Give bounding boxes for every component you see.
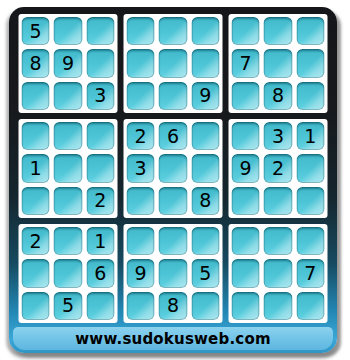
cell-r3c4[interactable] [127,82,155,110]
cell-r6c6[interactable]: 8 [191,187,219,215]
cell-r5c3[interactable] [86,154,114,182]
cell-r5c2[interactable] [54,154,82,182]
cell-r8c1[interactable] [22,259,50,287]
box-3-1: 2165 [19,224,118,323]
box-2-2: 2638 [124,119,223,218]
cell-r7c2[interactable] [54,227,82,255]
cell-r7c3[interactable]: 1 [86,227,114,255]
cell-r4c3[interactable] [86,122,114,150]
box-1-2: 9 [124,14,223,113]
cell-r6c3[interactable]: 2 [86,187,114,215]
cell-r1c8[interactable] [264,17,292,45]
cell-r4c8[interactable]: 3 [264,122,292,150]
cell-r7c5[interactable] [159,227,187,255]
box-2-3: 3192 [229,119,328,218]
cell-r2c5[interactable] [159,49,187,77]
cell-r4c5[interactable]: 6 [159,122,187,150]
cell-r7c1[interactable]: 2 [22,227,50,255]
cell-r3c1[interactable] [22,82,50,110]
cell-r8c7[interactable] [232,259,260,287]
cell-r9c4[interactable] [127,292,155,320]
cell-r1c7[interactable] [232,17,260,45]
cell-r2c3[interactable] [86,49,114,77]
cell-r5c4[interactable]: 3 [127,154,155,182]
cell-r7c7[interactable] [232,227,260,255]
cell-r8c2[interactable] [54,259,82,287]
cell-r6c1[interactable] [22,187,50,215]
cell-r8c4[interactable]: 9 [127,259,155,287]
cell-r9c9[interactable] [296,292,324,320]
cell-r3c9[interactable] [296,82,324,110]
cell-r1c4[interactable] [127,17,155,45]
cell-r1c2[interactable] [54,17,82,45]
cell-r5c8[interactable]: 2 [264,154,292,182]
cell-r9c8[interactable] [264,292,292,320]
cell-r2c1[interactable]: 8 [22,49,50,77]
cell-r2c9[interactable] [296,49,324,77]
cell-r4c4[interactable]: 2 [127,122,155,150]
cell-r6c5[interactable] [159,187,187,215]
cell-r1c9[interactable] [296,17,324,45]
cell-r2c2[interactable]: 9 [54,49,82,77]
sudoku-board: 5893978122638319221659587 [19,14,328,323]
box-3-2: 958 [124,224,223,323]
cell-r7c6[interactable] [191,227,219,255]
sudoku-frame: 5893978122638319221659587 www.sudokusweb… [9,7,337,353]
box-1-3: 78 [229,14,328,113]
cell-r8c9[interactable]: 7 [296,259,324,287]
cell-r9c3[interactable] [86,292,114,320]
cell-r4c7[interactable] [232,122,260,150]
cell-r5c9[interactable] [296,154,324,182]
cell-r1c3[interactable] [86,17,114,45]
cell-r8c5[interactable] [159,259,187,287]
footer-banner: www.sudokusweb.com [13,327,333,350]
cell-r3c6[interactable]: 9 [191,82,219,110]
cell-r2c6[interactable] [191,49,219,77]
cell-r3c2[interactable] [54,82,82,110]
cell-r4c2[interactable] [54,122,82,150]
box-2-1: 12 [19,119,118,218]
cell-r8c3[interactable]: 6 [86,259,114,287]
cell-r2c8[interactable] [264,49,292,77]
cell-r4c1[interactable] [22,122,50,150]
box-3-3: 7 [229,224,328,323]
cell-r5c5[interactable] [159,154,187,182]
cell-r2c7[interactable]: 7 [232,49,260,77]
cell-r5c1[interactable]: 1 [22,154,50,182]
cell-r7c4[interactable] [127,227,155,255]
cell-r6c4[interactable] [127,187,155,215]
cell-r9c1[interactable] [22,292,50,320]
cell-r3c5[interactable] [159,82,187,110]
cell-r6c7[interactable] [232,187,260,215]
cell-r3c7[interactable] [232,82,260,110]
cell-r7c9[interactable] [296,227,324,255]
cell-r4c6[interactable] [191,122,219,150]
cell-r9c5[interactable]: 8 [159,292,187,320]
cell-r6c8[interactable] [264,187,292,215]
cell-r5c6[interactable] [191,154,219,182]
cell-r1c5[interactable] [159,17,187,45]
cell-r8c8[interactable] [264,259,292,287]
website-url: www.sudokusweb.com [75,330,270,348]
cell-r1c6[interactable] [191,17,219,45]
cell-r3c3[interactable]: 3 [86,82,114,110]
cell-r1c1[interactable]: 5 [22,17,50,45]
cell-r9c2[interactable]: 5 [54,292,82,320]
cell-r9c7[interactable] [232,292,260,320]
cell-r4c9[interactable]: 1 [296,122,324,150]
cell-r6c9[interactable] [296,187,324,215]
cell-r9c6[interactable] [191,292,219,320]
cell-r8c6[interactable]: 5 [191,259,219,287]
cell-r5c7[interactable]: 9 [232,154,260,182]
box-1-1: 5893 [19,14,118,113]
cell-r7c8[interactable] [264,227,292,255]
cell-r2c4[interactable] [127,49,155,77]
cell-r6c2[interactable] [54,187,82,215]
cell-r3c8[interactable]: 8 [264,82,292,110]
